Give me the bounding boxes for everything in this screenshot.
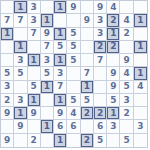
- cell-r7c7[interactable]: 1: [81, 81, 94, 94]
- cell-r8c9[interactable]: 5: [107, 94, 120, 107]
- cell-r3c9[interactable]: 1: [107, 28, 120, 41]
- cell-r7c6[interactable]: [67, 81, 80, 94]
- cell-r8c11[interactable]: [134, 94, 147, 107]
- cell-r1c11[interactable]: [134, 1, 147, 14]
- cell-r7c9[interactable]: 9: [107, 81, 120, 94]
- cell-r11c7[interactable]: 2: [81, 134, 94, 147]
- cell-r3c6[interactable]: 5: [67, 28, 80, 41]
- cell-r5c5[interactable]: 1: [54, 54, 67, 67]
- cell-r11c5[interactable]: 1: [54, 134, 67, 147]
- cell-r9c4[interactable]: [41, 107, 54, 120]
- cell-r9c7[interactable]: 2: [81, 107, 94, 120]
- cell-r2c5[interactable]: [54, 14, 67, 27]
- cell-r1c4[interactable]: [41, 1, 54, 14]
- cell-r11c8[interactable]: 5: [94, 134, 107, 147]
- cell-r2c8[interactable]: 3: [94, 14, 107, 27]
- cell-r10c10[interactable]: [120, 120, 133, 133]
- cell-r4c9[interactable]: 2: [107, 41, 120, 54]
- cell-r6c2[interactable]: 5: [14, 67, 27, 80]
- cell-r9c11[interactable]: [134, 107, 147, 120]
- cell-r11c3[interactable]: 2: [28, 134, 41, 147]
- cell-r10c7[interactable]: [81, 120, 94, 133]
- cell-r3c11[interactable]: [134, 28, 147, 41]
- cell-r8c5[interactable]: 1: [54, 94, 67, 107]
- cell-r5c6[interactable]: 5: [67, 54, 80, 67]
- cell-r2c11[interactable]: 1: [134, 14, 147, 27]
- cell-r1c7[interactable]: [81, 1, 94, 14]
- cell-r7c10[interactable]: 5: [120, 81, 133, 94]
- cell-r10c3[interactable]: [28, 120, 41, 133]
- cell-r10c2[interactable]: 9: [14, 120, 27, 133]
- cell-r1c1[interactable]: [1, 1, 14, 14]
- cell-r5c10[interactable]: 9: [120, 54, 133, 67]
- cell-r7c4[interactable]: 1: [41, 81, 54, 94]
- cell-r6c7[interactable]: 7: [81, 67, 94, 80]
- cell-r3c2[interactable]: [14, 28, 27, 41]
- cell-r10c8[interactable]: 6: [94, 120, 107, 133]
- cell-r6c4[interactable]: 5: [41, 67, 54, 80]
- cell-r1c6[interactable]: 9: [67, 1, 80, 14]
- cell-r8c4[interactable]: [41, 94, 54, 107]
- cell-r1c8[interactable]: 9: [94, 1, 107, 14]
- cell-r2c2[interactable]: 7: [14, 14, 27, 27]
- cell-r8c8[interactable]: [94, 94, 107, 107]
- cell-r4c5[interactable]: 5: [54, 41, 67, 54]
- cell-r4c1[interactable]: [1, 41, 14, 54]
- cell-r9c2[interactable]: 1: [14, 107, 27, 120]
- cell-r3c7[interactable]: [81, 28, 94, 41]
- cell-r5c7[interactable]: [81, 54, 94, 67]
- cell-r10c4[interactable]: 1: [41, 120, 54, 133]
- cell-r3c3[interactable]: 7: [28, 28, 41, 41]
- cell-r9c3[interactable]: 9: [28, 107, 41, 120]
- cell-r3c5[interactable]: 1: [54, 28, 67, 41]
- cell-r9c1[interactable]: 9: [1, 107, 14, 120]
- cell-r7c11[interactable]: 4: [134, 81, 147, 94]
- cell-r4c2[interactable]: 1: [14, 41, 27, 54]
- cell-r5c3[interactable]: 1: [28, 54, 41, 67]
- cell-r3c10[interactable]: 2: [120, 28, 133, 41]
- cell-r6c3[interactable]: [28, 67, 41, 80]
- cell-r5c8[interactable]: 7: [94, 54, 107, 67]
- cell-r2c3[interactable]: 3: [28, 14, 41, 27]
- cell-r3c1[interactable]: 1: [1, 28, 14, 41]
- cell-r7c2[interactable]: [14, 81, 27, 94]
- cell-r1c3[interactable]: 3: [28, 1, 41, 14]
- cell-r8c6[interactable]: 5: [67, 94, 80, 107]
- cell-r7c8[interactable]: [94, 81, 107, 94]
- cell-r10c6[interactable]: 6: [67, 120, 80, 133]
- cell-r1c2[interactable]: 1: [14, 1, 27, 14]
- cell-r6c11[interactable]: 1: [134, 67, 147, 80]
- cell-r2c7[interactable]: 9: [81, 14, 94, 27]
- cell-r11c11[interactable]: [134, 134, 147, 147]
- cell-r1c5[interactable]: 1: [54, 1, 67, 14]
- cell-r11c9[interactable]: [107, 134, 120, 147]
- cell-r10c11[interactable]: 3: [134, 120, 147, 133]
- cell-r1c10[interactable]: [120, 1, 133, 14]
- cell-r8c7[interactable]: 5: [81, 94, 94, 107]
- cell-r5c2[interactable]: 3: [14, 54, 27, 67]
- cell-r4c11[interactable]: 1: [134, 41, 147, 54]
- cell-r10c5[interactable]: 6: [54, 120, 67, 133]
- cell-r5c1[interactable]: [1, 54, 14, 67]
- cell-r9c5[interactable]: 9: [54, 107, 67, 120]
- cell-r8c3[interactable]: 1: [28, 94, 41, 107]
- cell-r8c1[interactable]: 2: [1, 94, 14, 107]
- cell-r6c9[interactable]: 9: [107, 67, 120, 80]
- cell-r11c10[interactable]: 5: [120, 134, 133, 147]
- cell-r7c1[interactable]: 3: [1, 81, 14, 94]
- cell-r2c10[interactable]: 4: [120, 14, 133, 27]
- cell-r8c10[interactable]: 3: [120, 94, 133, 107]
- cell-r11c4[interactable]: [41, 134, 54, 147]
- cell-r6c6[interactable]: [67, 67, 80, 80]
- cell-r4c10[interactable]: [120, 41, 133, 54]
- cell-r5c11[interactable]: [134, 54, 147, 67]
- cell-r3c4[interactable]: 9: [41, 28, 54, 41]
- cell-r9c10[interactable]: 2: [120, 107, 133, 120]
- cell-r7c5[interactable]: 7: [54, 81, 67, 94]
- cell-r2c6[interactable]: [67, 14, 80, 27]
- cell-r4c6[interactable]: 5: [67, 41, 80, 54]
- cell-r1c9[interactable]: 4: [107, 1, 120, 14]
- cell-r11c1[interactable]: 9: [1, 134, 14, 147]
- cell-r10c1[interactable]: [1, 120, 14, 133]
- cell-r4c7[interactable]: [81, 41, 94, 54]
- cell-r11c6[interactable]: [67, 134, 80, 147]
- cell-r7c3[interactable]: 5: [28, 81, 41, 94]
- cell-r6c10[interactable]: 4: [120, 67, 133, 80]
- cell-r2c9[interactable]: 2: [107, 14, 120, 27]
- puzzle-board: 1319947731932411791531217552213131579555…: [0, 0, 148, 148]
- cell-r5c4[interactable]: 3: [41, 54, 54, 67]
- cell-r8c2[interactable]: 3: [14, 94, 27, 107]
- cell-r9c6[interactable]: 4: [67, 107, 80, 120]
- cell-r4c8[interactable]: 2: [94, 41, 107, 54]
- cell-r3c8[interactable]: 3: [94, 28, 107, 41]
- cell-r6c1[interactable]: 5: [1, 67, 14, 80]
- cell-r11c2[interactable]: [14, 134, 27, 147]
- cell-r10c9[interactable]: 3: [107, 120, 120, 133]
- cell-r4c4[interactable]: 7: [41, 41, 54, 54]
- cell-r5c9[interactable]: [107, 54, 120, 67]
- cell-r9c9[interactable]: 1: [107, 107, 120, 120]
- cell-r6c5[interactable]: 3: [54, 67, 67, 80]
- cell-r6c8[interactable]: [94, 67, 107, 80]
- cell-r2c4[interactable]: 1: [41, 14, 54, 27]
- cell-r4c3[interactable]: [28, 41, 41, 54]
- cell-r2c1[interactable]: 7: [1, 14, 14, 27]
- cell-r9c8[interactable]: 2: [94, 107, 107, 120]
